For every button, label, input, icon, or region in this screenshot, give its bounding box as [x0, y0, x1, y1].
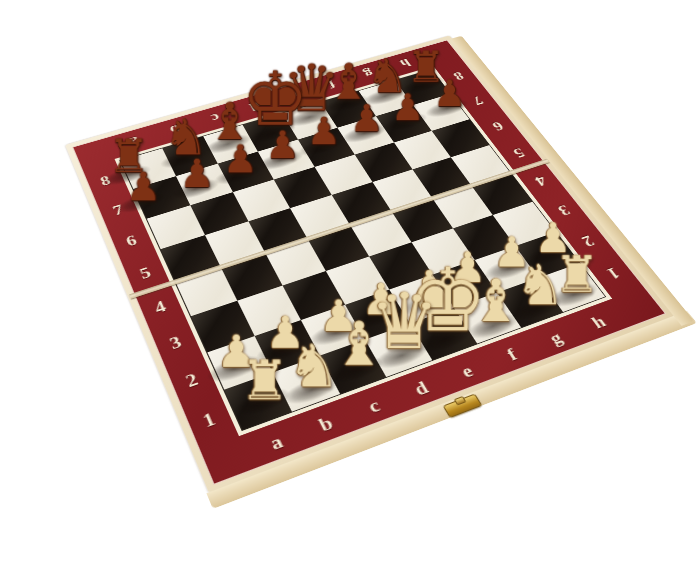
piece-glyph: ♜ [196, 352, 333, 407]
pieces-layer: ♜♞♝♚♛♝♞♜♟♟♟♟♟♟♟♟♟♟♟♟♟♟♟♟♜♞♝♛♚♝♞♜ [65, 36, 675, 494]
product-photo-scene: 8877665544332211aabbccddeeffgghh ♜♞♝♚♛♝♞… [0, 0, 700, 561]
chess-board: 8877665544332211aabbccddeeffgghh ♜♞♝♚♛♝♞… [65, 36, 675, 494]
